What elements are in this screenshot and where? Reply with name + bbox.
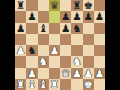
square-b8[interactable] bbox=[26, 0, 37, 11]
square-f2[interactable]: ♟ bbox=[71, 68, 82, 79]
square-d2[interactable] bbox=[49, 68, 60, 79]
square-c4[interactable] bbox=[38, 45, 49, 56]
square-b4[interactable]: ♞ bbox=[26, 45, 37, 56]
square-d3[interactable] bbox=[49, 56, 60, 67]
piece-black-pawn: ♟ bbox=[95, 11, 104, 22]
square-b3[interactable] bbox=[26, 56, 37, 67]
piece-white-queen: ♛ bbox=[61, 68, 70, 79]
square-e6[interactable]: ♟ bbox=[60, 23, 71, 34]
chess-board: ♜♛♜♚♟♟♟♟♟♟♝♟♞♟♞♟♞♞♟♛♟♟♟♜♝♝♜♚ bbox=[15, 0, 105, 90]
square-d1[interactable]: ♜ bbox=[49, 79, 60, 90]
square-b2[interactable]: ♟ bbox=[26, 68, 37, 79]
piece-white-rook: ♜ bbox=[50, 79, 59, 90]
square-b1[interactable]: ♝ bbox=[26, 79, 37, 90]
piece-white-pawn: ♟ bbox=[16, 45, 25, 56]
square-a7[interactable] bbox=[15, 11, 26, 22]
square-h2[interactable]: ♟ bbox=[94, 68, 105, 79]
square-a8[interactable]: ♜ bbox=[15, 0, 26, 11]
square-h4[interactable] bbox=[94, 45, 105, 56]
right-background-bar bbox=[105, 0, 120, 90]
square-c3[interactable]: ♞ bbox=[38, 56, 49, 67]
square-e1[interactable] bbox=[60, 79, 71, 90]
piece-black-knight: ♞ bbox=[72, 23, 81, 34]
piece-black-pawn: ♟ bbox=[61, 11, 70, 22]
square-g2[interactable]: ♟ bbox=[83, 68, 94, 79]
piece-black-rook: ♜ bbox=[72, 0, 81, 11]
square-c6[interactable]: ♝ bbox=[38, 23, 49, 34]
square-g4[interactable] bbox=[83, 45, 94, 56]
square-h6[interactable] bbox=[94, 23, 105, 34]
piece-black-pawn: ♟ bbox=[27, 11, 36, 22]
square-h1[interactable] bbox=[94, 79, 105, 90]
square-a1[interactable]: ♜ bbox=[15, 79, 26, 90]
square-b6[interactable] bbox=[26, 23, 37, 34]
piece-white-bishop: ♝ bbox=[38, 79, 47, 90]
piece-white-rook: ♜ bbox=[16, 79, 25, 90]
square-g6[interactable] bbox=[83, 23, 94, 34]
square-f6[interactable]: ♞ bbox=[71, 23, 82, 34]
square-c2[interactable] bbox=[38, 68, 49, 79]
left-background-bar bbox=[0, 0, 15, 90]
square-f4[interactable] bbox=[71, 45, 82, 56]
piece-black-knight: ♞ bbox=[27, 45, 36, 56]
piece-black-queen: ♛ bbox=[50, 0, 59, 11]
square-f8[interactable]: ♜ bbox=[71, 0, 82, 11]
square-h5[interactable] bbox=[94, 34, 105, 45]
piece-white-pawn: ♟ bbox=[95, 68, 104, 79]
square-c8[interactable] bbox=[38, 0, 49, 11]
square-f1[interactable] bbox=[71, 79, 82, 90]
piece-white-king: ♚ bbox=[83, 79, 92, 90]
square-e3[interactable] bbox=[60, 56, 71, 67]
piece-black-pawn: ♟ bbox=[83, 11, 92, 22]
square-g8[interactable]: ♚ bbox=[83, 0, 94, 11]
square-g3[interactable] bbox=[83, 56, 94, 67]
piece-white-knight: ♞ bbox=[38, 56, 47, 67]
square-g7[interactable]: ♟ bbox=[83, 11, 94, 22]
square-c1[interactable]: ♝ bbox=[38, 79, 49, 90]
piece-white-pawn: ♟ bbox=[27, 68, 36, 79]
piece-white-bishop: ♝ bbox=[27, 79, 36, 90]
square-c5[interactable] bbox=[38, 34, 49, 45]
screenshot-canvas: ♜♛♜♚♟♟♟♟♟♟♝♟♞♟♞♟♞♞♟♛♟♟♟♜♝♝♜♚ bbox=[0, 0, 120, 90]
square-d4[interactable]: ♟ bbox=[49, 45, 60, 56]
square-h3[interactable] bbox=[94, 56, 105, 67]
piece-white-pawn: ♟ bbox=[50, 45, 59, 56]
square-e8[interactable] bbox=[60, 0, 71, 11]
piece-white-pawn: ♟ bbox=[83, 68, 92, 79]
square-f5[interactable] bbox=[71, 34, 82, 45]
square-c7[interactable] bbox=[38, 11, 49, 22]
square-g5[interactable] bbox=[83, 34, 94, 45]
square-d5[interactable] bbox=[49, 34, 60, 45]
square-a6[interactable]: ♟ bbox=[15, 23, 26, 34]
square-b7[interactable]: ♟ bbox=[26, 11, 37, 22]
square-f3[interactable]: ♞ bbox=[71, 56, 82, 67]
piece-black-rook: ♜ bbox=[16, 0, 25, 11]
square-d7[interactable] bbox=[49, 11, 60, 22]
square-h7[interactable]: ♟ bbox=[94, 11, 105, 22]
piece-white-pawn: ♟ bbox=[72, 68, 81, 79]
piece-black-pawn: ♟ bbox=[72, 11, 81, 22]
square-d6[interactable] bbox=[49, 23, 60, 34]
square-h8[interactable] bbox=[94, 0, 105, 11]
square-a4[interactable]: ♟ bbox=[15, 45, 26, 56]
square-f7[interactable]: ♟ bbox=[71, 11, 82, 22]
square-a5[interactable] bbox=[15, 34, 26, 45]
square-a3[interactable] bbox=[15, 56, 26, 67]
piece-black-king: ♚ bbox=[83, 0, 92, 11]
square-e5[interactable] bbox=[60, 34, 71, 45]
square-g1[interactable]: ♚ bbox=[83, 79, 94, 90]
square-e4[interactable] bbox=[60, 45, 71, 56]
square-a2[interactable] bbox=[15, 68, 26, 79]
piece-white-knight: ♞ bbox=[72, 56, 81, 67]
square-b5[interactable] bbox=[26, 34, 37, 45]
square-e2[interactable]: ♛ bbox=[60, 68, 71, 79]
square-d8[interactable]: ♛ bbox=[49, 0, 60, 11]
piece-black-pawn: ♟ bbox=[61, 23, 70, 34]
square-e7[interactable]: ♟ bbox=[60, 11, 71, 22]
piece-black-pawn: ♟ bbox=[16, 23, 25, 34]
piece-black-bishop: ♝ bbox=[38, 23, 47, 34]
